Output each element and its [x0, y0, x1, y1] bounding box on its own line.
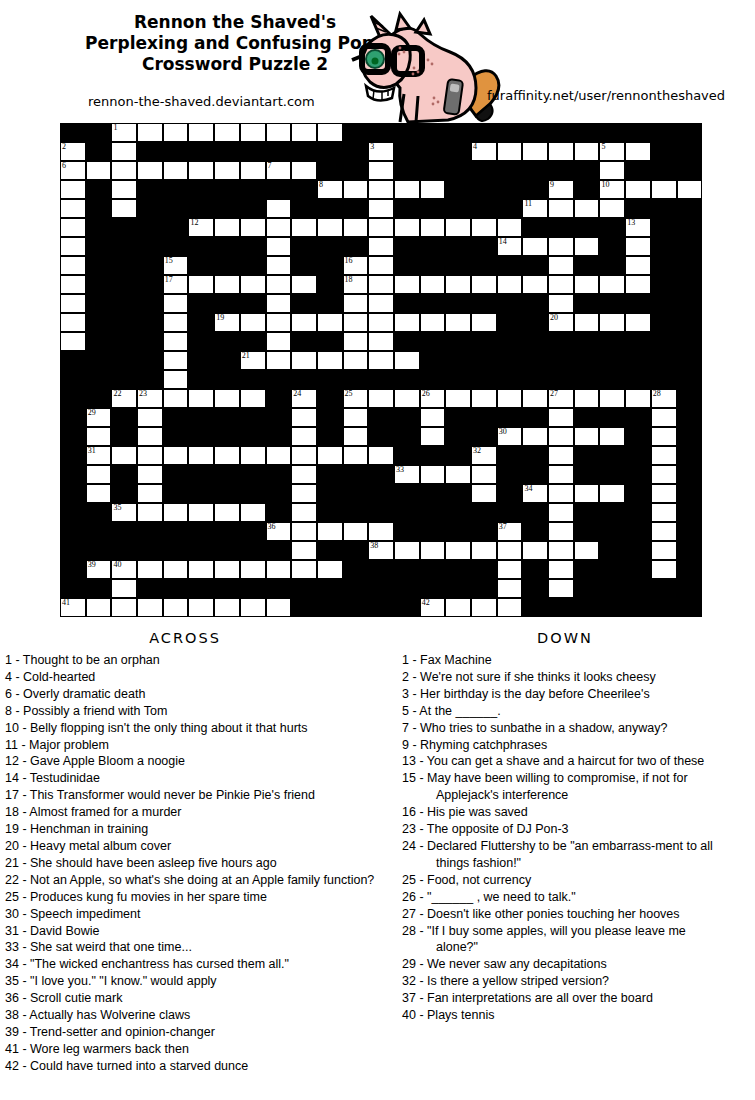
grid-cell-open[interactable]	[471, 484, 497, 503]
grid-cell-open[interactable]	[291, 275, 317, 294]
grid-cell-open[interactable]	[548, 408, 574, 427]
grid-cell-open[interactable]: 17	[163, 275, 189, 294]
grid-cell-open[interactable]	[343, 522, 369, 541]
grid-cell-open[interactable]	[522, 275, 548, 294]
grid-cell-open[interactable]: 41	[60, 598, 86, 617]
grid-cell-open[interactable]	[111, 180, 137, 199]
grid-cell-open[interactable]: 4	[471, 142, 497, 161]
grid-cell-open[interactable]	[60, 294, 86, 313]
grid-cell-open[interactable]	[420, 313, 446, 332]
grid-cell-open[interactable]: 11	[522, 199, 548, 218]
grid-cell-open[interactable]	[651, 541, 677, 560]
grid-cell-open[interactable]	[420, 427, 446, 446]
grid-cell-open[interactable]	[548, 522, 574, 541]
grid-cell-open[interactable]	[497, 218, 523, 237]
grid-cell-open[interactable]: 14	[497, 237, 523, 256]
grid-cell-open[interactable]	[343, 313, 369, 332]
grid-cell-open[interactable]	[548, 294, 574, 313]
grid-cell-open[interactable]	[163, 560, 189, 579]
grid-cell-open[interactable]	[86, 484, 112, 503]
grid-cell-block	[86, 351, 112, 370]
grid-cell-open[interactable]	[317, 351, 343, 370]
grid-cell-block	[445, 503, 471, 522]
grid-cell-block	[266, 503, 292, 522]
grid-cell-open[interactable]	[368, 199, 394, 218]
grid-cell-open[interactable]	[266, 446, 292, 465]
grid-cell-open[interactable]	[497, 541, 523, 560]
grid-cell-open[interactable]	[291, 123, 317, 142]
grid-cell-block	[317, 484, 343, 503]
grid-cell-open[interactable]: 40	[111, 560, 137, 579]
grid-cell-block	[574, 123, 600, 142]
grid-cell-open[interactable]	[60, 237, 86, 256]
grid-cell-block	[60, 579, 86, 598]
grid-cell-open[interactable]	[497, 389, 523, 408]
grid-cell-open[interactable]	[291, 161, 317, 180]
grid-cell-block	[317, 389, 343, 408]
grid-cell-block	[214, 199, 240, 218]
grid-cell-open[interactable]	[214, 560, 240, 579]
grid-cell-open[interactable]	[317, 123, 343, 142]
grid-cell-open[interactable]	[368, 522, 394, 541]
clue-number-label: 14	[499, 237, 507, 246]
grid-cell-open[interactable]	[266, 123, 292, 142]
grid-cell-open[interactable]	[111, 142, 137, 161]
grid-cell-open[interactable]	[111, 579, 137, 598]
grid-cell-open[interactable]	[240, 598, 266, 617]
grid-cell-open[interactable]	[548, 465, 574, 484]
grid-cell-open[interactable]	[368, 218, 394, 237]
grid-cell-open[interactable]	[368, 446, 394, 465]
grid-cell-open[interactable]	[343, 408, 369, 427]
grid-cell-open[interactable]	[651, 446, 677, 465]
grid-cell-open[interactable]	[368, 237, 394, 256]
grid-cell-open[interactable]	[214, 389, 240, 408]
grid-cell-block	[317, 465, 343, 484]
grid-cell-open[interactable]	[445, 541, 471, 560]
grid-cell-open[interactable]	[548, 256, 574, 275]
grid-cell-open[interactable]: 32	[471, 446, 497, 465]
grid-cell-open[interactable]	[548, 237, 574, 256]
grid-cell-open[interactable]	[368, 389, 394, 408]
grid-cell-open[interactable]	[137, 503, 163, 522]
grid-cell-open[interactable]	[163, 503, 189, 522]
grid-cell-open[interactable]	[343, 294, 369, 313]
grid-cell-open[interactable]	[60, 332, 86, 351]
grid-cell-open[interactable]	[163, 332, 189, 351]
grid-cell-open[interactable]	[60, 256, 86, 275]
grid-cell-open[interactable]	[574, 427, 600, 446]
grid-cell-open[interactable]	[137, 446, 163, 465]
grid-cell-open[interactable]	[60, 275, 86, 294]
grid-cell-open[interactable]	[240, 161, 266, 180]
grid-cell-open[interactable]	[368, 313, 394, 332]
grid-cell-open[interactable]	[471, 389, 497, 408]
grid-cell-open[interactable]	[291, 427, 317, 446]
grid-cell-open[interactable]	[625, 256, 651, 275]
clue-item: 18 - Almost framed for a murder	[5, 804, 393, 821]
grid-cell-open[interactable]	[317, 522, 343, 541]
grid-cell-open[interactable]: 7	[266, 161, 292, 180]
grid-cell-open[interactable]	[188, 389, 214, 408]
grid-cell-open[interactable]	[291, 408, 317, 427]
grid-cell-open[interactable]: 1	[111, 123, 137, 142]
grid-cell-open[interactable]	[317, 313, 343, 332]
grid-cell-open[interactable]	[368, 294, 394, 313]
grid-cell-open[interactable]	[163, 598, 189, 617]
grid-cell-open[interactable]	[111, 598, 137, 617]
grid-cell-open[interactable]	[291, 484, 317, 503]
grid-cell-open[interactable]	[651, 180, 677, 199]
grid-cell-open[interactable]	[445, 275, 471, 294]
grid-cell-open[interactable]: 38	[368, 541, 394, 560]
grid-cell-open[interactable]	[548, 446, 574, 465]
grid-cell-open[interactable]	[574, 313, 600, 332]
grid-cell-open[interactable]	[677, 180, 703, 199]
grid-cell-block	[522, 313, 548, 332]
grid-cell-open[interactable]	[420, 408, 446, 427]
grid-cell-open[interactable]	[240, 275, 266, 294]
grid-cell-open[interactable]: 36	[266, 522, 292, 541]
grid-cell-open[interactable]	[111, 446, 137, 465]
grid-cell-open[interactable]: 19	[214, 313, 240, 332]
grid-cell-block	[420, 560, 446, 579]
grid-cell-open[interactable]	[266, 199, 292, 218]
grid-cell-open[interactable]	[625, 275, 651, 294]
grid-cell-open[interactable]	[471, 465, 497, 484]
grid-cell-block	[137, 142, 163, 161]
grid-cell-open[interactable]	[163, 351, 189, 370]
grid-cell-open[interactable]	[548, 427, 574, 446]
grid-cell-open[interactable]	[420, 180, 446, 199]
grid-cell-open[interactable]	[266, 218, 292, 237]
grid-cell-open[interactable]	[137, 427, 163, 446]
grid-cell-open[interactable]	[343, 332, 369, 351]
grid-cell-open[interactable]	[445, 218, 471, 237]
grid-cell-open[interactable]: 39	[86, 560, 112, 579]
grid-cell-open[interactable]	[625, 180, 651, 199]
grid-cell-open[interactable]	[266, 237, 292, 256]
grid-cell-block	[651, 598, 677, 617]
grid-cell-open[interactable]	[625, 142, 651, 161]
grid-cell-open[interactable]	[240, 503, 266, 522]
grid-cell-open[interactable]	[291, 351, 317, 370]
grid-cell-open[interactable]	[574, 389, 600, 408]
grid-cell-open[interactable]	[266, 598, 292, 617]
grid-cell-open[interactable]	[137, 465, 163, 484]
grid-cell-open[interactable]	[86, 427, 112, 446]
grid-cell-open[interactable]	[651, 427, 677, 446]
grid-cell-open[interactable]: 28	[651, 389, 677, 408]
grid-cell-open[interactable]: 29	[86, 408, 112, 427]
grid-cell-open[interactable]	[214, 161, 240, 180]
grid-cell-open[interactable]	[471, 313, 497, 332]
grid-cell-open[interactable]	[548, 503, 574, 522]
grid-cell-open[interactable]	[420, 465, 446, 484]
grid-cell-open[interactable]: 27	[548, 389, 574, 408]
grid-cell-open[interactable]	[368, 332, 394, 351]
grid-cell-open[interactable]	[214, 503, 240, 522]
grid-cell-open[interactable]	[240, 446, 266, 465]
grid-cell-open[interactable]	[445, 465, 471, 484]
grid-cell-block	[137, 180, 163, 199]
grid-cell-open[interactable]	[651, 503, 677, 522]
grid-cell-open[interactable]	[471, 598, 497, 617]
grid-cell-open[interactable]	[240, 218, 266, 237]
grid-cell-open[interactable]	[317, 560, 343, 579]
grid-cell-open[interactable]	[625, 237, 651, 256]
grid-cell-open[interactable]	[599, 484, 625, 503]
grid-cell-open[interactable]	[60, 218, 86, 237]
grid-cell-open[interactable]	[137, 598, 163, 617]
grid-cell-block	[497, 123, 523, 142]
grid-cell-block	[137, 313, 163, 332]
grid-cell-open[interactable]	[266, 294, 292, 313]
grid-cell-open[interactable]	[137, 560, 163, 579]
grid-cell-open[interactable]	[266, 275, 292, 294]
grid-cell-block	[240, 408, 266, 427]
grid-cell-open[interactable]: 37	[497, 522, 523, 541]
grid-cell-open[interactable]	[599, 313, 625, 332]
grid-cell-open[interactable]	[137, 161, 163, 180]
grid-cell-open[interactable]	[291, 218, 317, 237]
grid-cell-open[interactable]	[522, 142, 548, 161]
grid-cell-open[interactable]	[240, 123, 266, 142]
grid-cell-open[interactable]	[291, 503, 317, 522]
grid-cell-open[interactable]: 26	[420, 389, 446, 408]
grid-cell-block	[343, 370, 369, 389]
grid-cell-open[interactable]	[240, 560, 266, 579]
grid-cell-open[interactable]	[420, 218, 446, 237]
grid-cell-open[interactable]	[651, 465, 677, 484]
grid-cell-open[interactable]	[188, 446, 214, 465]
grid-cell-open[interactable]	[214, 446, 240, 465]
grid-cell-open[interactable]	[548, 275, 574, 294]
grid-cell-open[interactable]	[471, 275, 497, 294]
grid-cell-open[interactable]	[188, 161, 214, 180]
grid-cell-open[interactable]: 33	[394, 465, 420, 484]
grid-cell-open[interactable]	[60, 180, 86, 199]
grid-cell-open[interactable]: 23	[137, 389, 163, 408]
grid-cell-open[interactable]	[137, 408, 163, 427]
grid-cell-open[interactable]: 13	[625, 218, 651, 237]
grid-cell-open[interactable]	[574, 237, 600, 256]
grid-cell-open[interactable]	[214, 218, 240, 237]
grid-cell-open[interactable]	[574, 142, 600, 161]
grid-cell-open[interactable]	[651, 560, 677, 579]
grid-cell-open[interactable]	[599, 389, 625, 408]
clue-number-label: 9	[550, 180, 554, 189]
grid-cell-open[interactable]	[394, 351, 420, 370]
grid-cell-open[interactable]	[368, 275, 394, 294]
grid-cell-open[interactable]	[188, 560, 214, 579]
deviantart-url-link[interactable]: rennon-the-shaved.deviantart.com	[88, 94, 315, 109]
grid-cell-open[interactable]	[368, 161, 394, 180]
grid-cell-open[interactable]	[291, 446, 317, 465]
grid-cell-open[interactable]	[86, 465, 112, 484]
grid-cell-block	[240, 199, 266, 218]
grid-cell-open[interactable]	[343, 351, 369, 370]
grid-cell-open[interactable]	[163, 446, 189, 465]
grid-cell-open[interactable]	[548, 560, 574, 579]
grid-cell-block	[548, 332, 574, 351]
grid-cell-open[interactable]	[368, 256, 394, 275]
grid-cell-open[interactable]	[343, 446, 369, 465]
grid-cell-open[interactable]	[214, 598, 240, 617]
grid-cell-open[interactable]: 3	[368, 142, 394, 161]
grid-cell-open[interactable]	[188, 123, 214, 142]
grid-cell-open[interactable]: 25	[343, 389, 369, 408]
grid-cell-open[interactable]	[266, 256, 292, 275]
grid-cell-open[interactable]	[214, 275, 240, 294]
grid-cell-block	[394, 199, 420, 218]
grid-cell-open[interactable]	[497, 560, 523, 579]
grid-cell-open[interactable]	[574, 541, 600, 560]
grid-cell-block	[163, 484, 189, 503]
grid-cell-open[interactable]: 2	[60, 142, 86, 161]
furaffinity-url-link[interactable]: furaffinity.net/user/rennontheshaved	[487, 88, 725, 103]
grid-cell-block	[240, 332, 266, 351]
grid-cell-open[interactable]	[394, 389, 420, 408]
grid-cell-open[interactable]	[343, 180, 369, 199]
grid-cell-open[interactable]	[188, 275, 214, 294]
grid-cell-open[interactable]	[188, 503, 214, 522]
grid-cell-open[interactable]	[266, 313, 292, 332]
grid-cell-open[interactable]	[368, 180, 394, 199]
grid-cell-open[interactable]	[368, 351, 394, 370]
grid-cell-open[interactable]	[291, 560, 317, 579]
grid-cell-open[interactable]: 10	[599, 180, 625, 199]
grid-cell-open[interactable]	[266, 351, 292, 370]
grid-cell-open[interactable]	[625, 389, 651, 408]
grid-cell-open[interactable]	[163, 313, 189, 332]
grid-cell-block	[111, 313, 137, 332]
grid-cell-open[interactable]	[574, 275, 600, 294]
grid-cell-open[interactable]	[522, 389, 548, 408]
grid-cell-open[interactable]	[240, 389, 266, 408]
grid-cell-open[interactable]	[86, 598, 112, 617]
grid-cell-open[interactable]	[163, 161, 189, 180]
grid-cell-open[interactable]	[394, 275, 420, 294]
grid-cell-open[interactable]	[625, 313, 651, 332]
grid-cell-open[interactable]	[445, 313, 471, 332]
grid-cell-open[interactable]	[651, 522, 677, 541]
grid-cell-open[interactable]	[548, 579, 574, 598]
grid-cell-block	[599, 503, 625, 522]
grid-cell-open[interactable]	[214, 123, 240, 142]
grid-cell-open[interactable]: 21	[240, 351, 266, 370]
grid-cell-open[interactable]	[522, 541, 548, 560]
grid-cell-open[interactable]	[420, 275, 446, 294]
grid-cell-open[interactable]: 34	[522, 484, 548, 503]
grid-cell-open[interactable]	[60, 313, 86, 332]
grid-cell-open[interactable]	[291, 465, 317, 484]
grid-cell-open[interactable]	[394, 180, 420, 199]
grid-cell-open[interactable]	[266, 332, 292, 351]
grid-cell-open[interactable]	[188, 598, 214, 617]
clue-item: 13 - You can get a shave and a haircut f…	[402, 753, 722, 770]
grid-cell-block	[214, 427, 240, 446]
grid-cell-open[interactable]: 20	[548, 313, 574, 332]
grid-cell-open[interactable]	[317, 218, 343, 237]
grid-cell-open[interactable]: 15	[163, 256, 189, 275]
grid-cell-open[interactable]	[137, 123, 163, 142]
grid-cell-open[interactable]	[651, 484, 677, 503]
grid-cell-open[interactable]	[266, 560, 292, 579]
grid-cell-open[interactable]: 6	[60, 161, 86, 180]
grid-cell-open[interactable]	[394, 313, 420, 332]
grid-cell-open[interactable]	[522, 237, 548, 256]
grid-cell-open[interactable]	[497, 275, 523, 294]
grid-cell-open[interactable]	[291, 313, 317, 332]
grid-cell-open[interactable]	[343, 427, 369, 446]
grid-cell-open[interactable]	[343, 218, 369, 237]
grid-cell-open[interactable]	[471, 218, 497, 237]
grid-cell-block	[86, 541, 112, 560]
grid-cell-open[interactable]	[548, 484, 574, 503]
grid-cell-open[interactable]	[548, 541, 574, 560]
grid-cell-open[interactable]	[574, 484, 600, 503]
grid-cell-open[interactable]: 18	[343, 275, 369, 294]
grid-cell-block	[548, 598, 574, 617]
grid-cell-open[interactable]: 42	[420, 598, 446, 617]
grid-cell-open[interactable]	[163, 389, 189, 408]
grid-cell-open[interactable]	[548, 199, 574, 218]
grid-cell-open[interactable]	[60, 199, 86, 218]
grid-cell-open[interactable]	[522, 427, 548, 446]
grid-cell-open[interactable]	[111, 199, 137, 218]
grid-cell-open[interactable]	[291, 522, 317, 541]
grid-cell-open[interactable]	[137, 484, 163, 503]
grid-cell-open[interactable]	[163, 370, 189, 389]
grid-cell-open[interactable]	[86, 161, 112, 180]
grid-cell-open[interactable]: 5	[599, 142, 625, 161]
grid-cell-open[interactable]: 35	[111, 503, 137, 522]
grid-cell-open[interactable]	[394, 541, 420, 560]
grid-cell-open[interactable]	[599, 275, 625, 294]
grid-cell-open[interactable]	[599, 199, 625, 218]
grid-cell-open[interactable]	[163, 123, 189, 142]
grid-cell-open[interactable]	[599, 427, 625, 446]
grid-cell-open[interactable]	[574, 199, 600, 218]
grid-cell-open[interactable]	[548, 142, 574, 161]
grid-cell-open[interactable]: 31	[86, 446, 112, 465]
grid-cell-open[interactable]: 24	[291, 389, 317, 408]
grid-cell-open[interactable]	[291, 541, 317, 560]
grid-cell-open[interactable]	[111, 161, 137, 180]
grid-cell-open[interactable]	[445, 389, 471, 408]
grid-cell-open[interactable]	[394, 218, 420, 237]
grid-cell-open[interactable]	[445, 598, 471, 617]
grid-cell-open[interactable]	[420, 541, 446, 560]
grid-cell-block	[163, 180, 189, 199]
grid-cell-open[interactable]	[497, 579, 523, 598]
grid-cell-open[interactable]	[651, 408, 677, 427]
grid-cell-open[interactable]	[471, 541, 497, 560]
grid-cell-open[interactable]	[599, 161, 625, 180]
grid-cell-open[interactable]: 22	[111, 389, 137, 408]
grid-cell-open[interactable]: 30	[497, 427, 523, 446]
grid-cell-open[interactable]	[240, 313, 266, 332]
grid-cell-open[interactable]	[497, 598, 523, 617]
grid-cell-open[interactable]: 8	[317, 180, 343, 199]
grid-cell-open[interactable]: 16	[343, 256, 369, 275]
grid-cell-open[interactable]: 12	[188, 218, 214, 237]
grid-cell-open[interactable]	[163, 294, 189, 313]
grid-cell-open[interactable]: 9	[548, 180, 574, 199]
grid-cell-open[interactable]	[317, 446, 343, 465]
grid-cell-open[interactable]	[497, 142, 523, 161]
